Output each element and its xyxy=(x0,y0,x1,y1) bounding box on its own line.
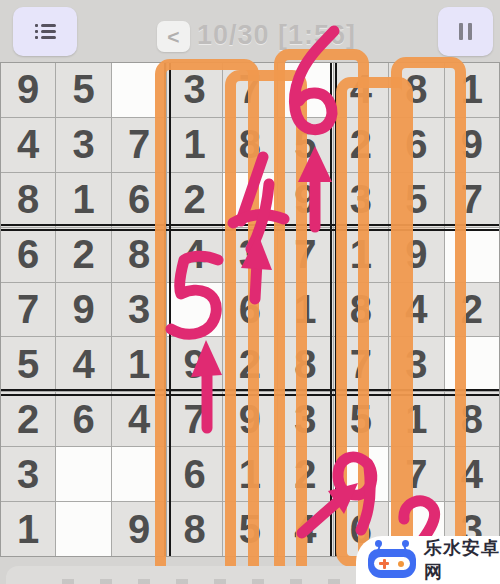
pause-button[interactable] xyxy=(438,7,493,56)
cell-r1c1[interactable]: 9 xyxy=(1,63,55,117)
cell-r6c5[interactable]: 2 xyxy=(223,337,277,391)
cell-r2c2[interactable]: 3 xyxy=(56,118,110,172)
cell-r4c6[interactable]: 7 xyxy=(278,228,332,282)
cell-r1c2[interactable]: 5 xyxy=(56,63,110,117)
cell-r4c3[interactable]: 8 xyxy=(112,228,166,282)
cell-r1c3[interactable] xyxy=(112,63,166,117)
watermark: 乐水安卓网 xyxy=(356,536,500,584)
cell-r9c3[interactable]: 9 xyxy=(112,502,166,556)
cell-r4c7[interactable]: 1 xyxy=(334,228,388,282)
cell-r9c5[interactable]: 5 xyxy=(223,502,277,556)
cell-r3c7[interactable]: 3 xyxy=(334,173,388,227)
cell-r8c1[interactable]: 3 xyxy=(1,447,55,501)
cell-r2c9[interactable]: 9 xyxy=(445,118,499,172)
cell-r2c1[interactable]: 4 xyxy=(1,118,55,172)
cell-r1c6[interactable] xyxy=(278,63,332,117)
cell-r6c8[interactable]: 3 xyxy=(389,337,443,391)
cell-r2c6[interactable]: 5 xyxy=(278,118,332,172)
cell-r8c3[interactable] xyxy=(112,447,166,501)
cell-r5c4[interactable] xyxy=(167,283,221,337)
cell-r8c4[interactable]: 6 xyxy=(167,447,221,501)
cell-r5c1[interactable]: 7 xyxy=(1,283,55,337)
pause-icon xyxy=(459,23,463,40)
back-button[interactable]: < xyxy=(157,21,190,52)
cell-r4c2[interactable]: 2 xyxy=(56,228,110,282)
cell-r8c5[interactable]: 1 xyxy=(223,447,277,501)
cell-r9c1[interactable]: 1 xyxy=(1,502,55,556)
cell-r7c5[interactable]: 9 xyxy=(223,392,277,446)
cell-r3c8[interactable]: 5 xyxy=(389,173,443,227)
cell-r7c4[interactable]: 7 xyxy=(167,392,221,446)
cell-r2c7[interactable]: 2 xyxy=(334,118,388,172)
cell-r5c8[interactable]: 4 xyxy=(389,283,443,337)
cell-r1c9[interactable]: 1 xyxy=(445,63,499,117)
cell-r6c9[interactable] xyxy=(445,337,499,391)
cell-r3c3[interactable]: 6 xyxy=(112,173,166,227)
cell-r6c2[interactable]: 4 xyxy=(56,337,110,391)
cell-r7c8[interactable]: 1 xyxy=(389,392,443,446)
watermark-text: 乐水安卓网 xyxy=(424,536,500,584)
cell-r8c7[interactable] xyxy=(334,447,388,501)
cell-r6c7[interactable]: 7 xyxy=(334,337,388,391)
cell-r6c3[interactable]: 1 xyxy=(112,337,166,391)
cell-r8c9[interactable]: 4 xyxy=(445,447,499,501)
cell-r5c6[interactable]: 1 xyxy=(278,283,332,337)
sudoku-grid: 9537481437185269816293576284371979361842… xyxy=(1,63,499,556)
cell-r4c8[interactable]: 9 xyxy=(389,228,443,282)
cell-r1c8[interactable]: 8 xyxy=(389,63,443,117)
cell-r6c6[interactable]: 8 xyxy=(278,337,332,391)
cell-r5c7[interactable]: 8 xyxy=(334,283,388,337)
cell-r9c4[interactable]: 8 xyxy=(167,502,221,556)
cell-r7c7[interactable]: 5 xyxy=(334,392,388,446)
cell-r8c8[interactable]: 7 xyxy=(389,447,443,501)
cell-r4c5[interactable]: 3 xyxy=(223,228,277,282)
cell-r3c6[interactable]: 9 xyxy=(278,173,332,227)
cell-r9c2[interactable] xyxy=(56,502,110,556)
cell-r1c4[interactable]: 3 xyxy=(167,63,221,117)
cell-r2c5[interactable]: 8 xyxy=(223,118,277,172)
toolbar: < 10/30 [1:56] xyxy=(0,0,500,62)
cell-r3c5[interactable] xyxy=(223,173,277,227)
cell-r7c1[interactable]: 2 xyxy=(1,392,55,446)
cell-r6c1[interactable]: 5 xyxy=(1,337,55,391)
cell-r3c2[interactable]: 1 xyxy=(56,173,110,227)
cell-r5c9[interactable]: 2 xyxy=(445,283,499,337)
back-icon: < xyxy=(167,25,179,49)
cell-r8c2[interactable] xyxy=(56,447,110,501)
cell-r4c1[interactable]: 6 xyxy=(1,228,55,282)
list-menu-icon xyxy=(35,24,56,39)
cell-r7c3[interactable]: 4 xyxy=(112,392,166,446)
cell-r4c4[interactable]: 4 xyxy=(167,228,221,282)
cell-r9c6[interactable]: 4 xyxy=(278,502,332,556)
cell-r2c4[interactable]: 1 xyxy=(167,118,221,172)
cell-r8c6[interactable]: 2 xyxy=(278,447,332,501)
cell-r3c1[interactable]: 8 xyxy=(1,173,55,227)
cell-r5c3[interactable]: 3 xyxy=(112,283,166,337)
menu-button[interactable] xyxy=(13,7,77,56)
cell-r7c2[interactable]: 6 xyxy=(56,392,110,446)
robot-icon xyxy=(368,540,418,580)
cell-r5c2[interactable]: 9 xyxy=(56,283,110,337)
cell-r5c5[interactable]: 6 xyxy=(223,283,277,337)
cell-r4c9[interactable] xyxy=(445,228,499,282)
cell-r6c4[interactable]: 9 xyxy=(167,337,221,391)
sudoku-board: 9537481437185269816293576284371979361842… xyxy=(0,62,500,557)
cell-r7c6[interactable]: 3 xyxy=(278,392,332,446)
cell-r7c9[interactable]: 8 xyxy=(445,392,499,446)
cell-r3c9[interactable]: 7 xyxy=(445,173,499,227)
cell-r1c5[interactable]: 7 xyxy=(223,63,277,117)
cell-r2c8[interactable]: 6 xyxy=(389,118,443,172)
cell-r1c7[interactable]: 4 xyxy=(334,63,388,117)
puzzle-progress-and-timer: 10/30 [1:56] xyxy=(197,20,356,51)
cell-r2c3[interactable]: 7 xyxy=(112,118,166,172)
cell-r3c4[interactable]: 2 xyxy=(167,173,221,227)
